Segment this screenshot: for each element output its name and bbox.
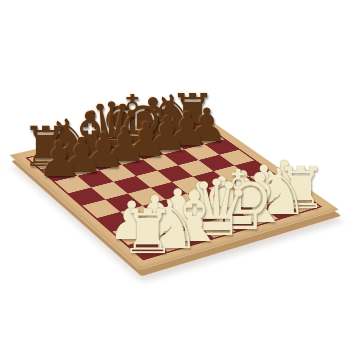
piece-white-rook[interactable]: ♜: [120, 202, 175, 264]
chess-set-photo: ♜♞♝♟♚♟♛♟♝♟♞♟♜♟♟♟♟♟♟♜♟♞♟♝♟♚♟♛♝♟♞♜: [0, 0, 350, 350]
piece-black-pawn[interactable]: ♟: [37, 136, 81, 185]
